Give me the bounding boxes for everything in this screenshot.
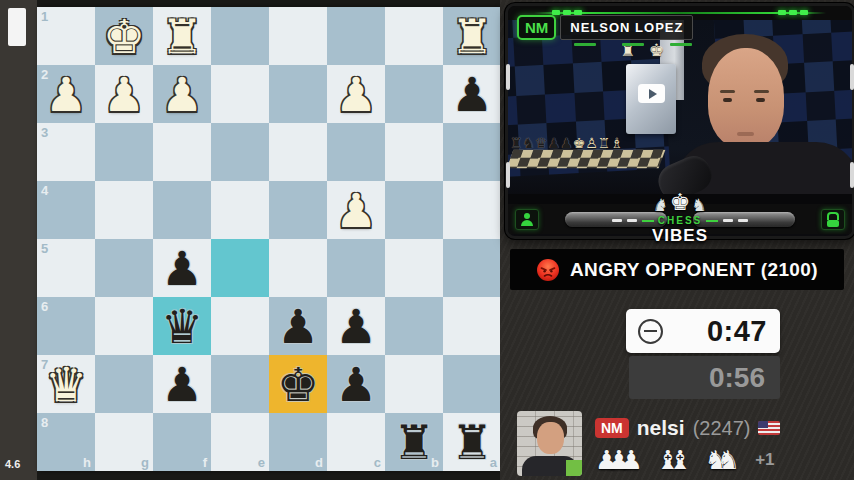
square-d7[interactable]: ♚ xyxy=(269,355,327,413)
square-g6[interactable] xyxy=(95,297,153,355)
square-a2[interactable]: ♟ xyxy=(443,65,501,123)
file-label-d: d xyxy=(315,455,323,470)
lock-icon xyxy=(821,209,845,230)
square-e7[interactable] xyxy=(211,355,269,413)
square-a5[interactable] xyxy=(443,239,501,297)
angry-face-icon xyxy=(536,258,560,282)
square-h6[interactable]: 6 xyxy=(37,297,95,355)
eval-score: 4.6 xyxy=(5,458,20,470)
us-flag-icon xyxy=(758,421,780,435)
square-h4[interactable]: 4 xyxy=(37,181,95,239)
square-d2[interactable] xyxy=(269,65,327,123)
square-b8[interactable]: b♜ xyxy=(385,413,443,471)
opponent-clock: 0:47 xyxy=(626,309,780,353)
square-e3[interactable] xyxy=(211,123,269,181)
set-dark-pieces: ♜♞♛♟♟ xyxy=(510,135,573,151)
square-e8[interactable]: e xyxy=(211,413,269,471)
square-e2[interactable] xyxy=(211,65,269,123)
online-flair-badge xyxy=(566,460,582,476)
webcam-frame: ♜ ♚ ♜♞♛♟♟♚♙♖♗ xyxy=(505,3,854,239)
square-b7[interactable] xyxy=(385,355,443,413)
piece-black-pawn-c6[interactable]: ♟ xyxy=(327,297,385,355)
square-c2[interactable]: ♟ xyxy=(327,65,385,123)
square-g5[interactable] xyxy=(95,239,153,297)
scrollbar-thumb[interactable] xyxy=(8,8,26,46)
square-f8[interactable]: f xyxy=(153,413,211,471)
streamer-name: NELSON LOPEZ xyxy=(560,15,693,40)
player-avatar[interactable] xyxy=(517,411,582,476)
captured-knights-icon: ♞♞ xyxy=(705,445,741,475)
square-f5[interactable]: ♟ xyxy=(153,239,211,297)
square-c6[interactable]: ♟ xyxy=(327,297,385,355)
square-d6[interactable]: ♟ xyxy=(269,297,327,355)
frame-accent-dash xyxy=(506,162,510,188)
square-f1[interactable]: ♜ xyxy=(153,7,211,65)
square-c3[interactable] xyxy=(327,123,385,181)
square-g1[interactable]: ♚ xyxy=(95,7,153,65)
captured-pawns-icon: ♟♟♟ xyxy=(595,445,643,475)
player-info: NM nelsi (2247) ♟♟♟♝♝♞♞+1 xyxy=(595,414,780,475)
square-h7[interactable]: 7♛ xyxy=(37,355,95,413)
square-f2[interactable]: ♟ xyxy=(153,65,211,123)
rank-label-6: 6 xyxy=(41,299,48,314)
file-label-h: h xyxy=(83,455,91,470)
square-e1[interactable] xyxy=(211,7,269,65)
square-g2[interactable]: ♟ xyxy=(95,65,153,123)
rank-label-8: 8 xyxy=(41,415,48,430)
rank-label-3: 3 xyxy=(41,125,48,140)
square-b6[interactable] xyxy=(385,297,443,355)
webcam-video: ♜ ♚ ♜♞♛♟♟♚♙♖♗ xyxy=(508,20,852,204)
led-dashes-right xyxy=(778,10,808,15)
square-h8[interactable]: 8h xyxy=(37,413,95,471)
square-g7[interactable] xyxy=(95,355,153,413)
square-a8[interactable]: a♜ xyxy=(443,413,501,471)
square-b2[interactable] xyxy=(385,65,443,123)
rank-label-1: 1 xyxy=(41,9,48,24)
square-h5[interactable]: 5 xyxy=(37,239,95,297)
logo-text-chess: CHESS xyxy=(632,215,728,226)
logo-knight-right-icon: ♞ xyxy=(691,197,706,214)
square-c7[interactable]: ♟ xyxy=(327,355,385,413)
square-b5[interactable] xyxy=(385,239,443,297)
chess-vibes-logo: ♞ ♚ ♞ CHESS VIBES xyxy=(632,191,728,246)
piece-white-rook-a1[interactable]: ♜ xyxy=(443,7,501,65)
opponent-banner: ANGRY OPPONENT (2100) xyxy=(510,249,844,290)
captured-bishops-icon: ♝♝ xyxy=(656,445,692,475)
square-b1[interactable] xyxy=(385,7,443,65)
rank-label-5: 5 xyxy=(41,241,48,256)
file-label-g: g xyxy=(141,455,149,470)
piece-black-pawn-f7[interactable]: ♟ xyxy=(153,355,211,413)
square-g8[interactable]: g xyxy=(95,413,153,471)
player-clock: 0:56 xyxy=(629,356,780,399)
frame-accent-dash xyxy=(506,64,510,90)
player-username[interactable]: nelsi xyxy=(637,416,685,440)
piece-black-king-d7[interactable]: ♚ xyxy=(269,355,327,413)
clock-minus-icon xyxy=(638,319,663,344)
piece-white-pawn-f2[interactable]: ♟ xyxy=(153,65,211,123)
square-f3[interactable] xyxy=(153,123,211,181)
square-g3[interactable] xyxy=(95,123,153,181)
streamer-title-badge: NM xyxy=(517,15,556,40)
piece-black-pawn-a2[interactable]: ♟ xyxy=(443,65,501,123)
square-c1[interactable] xyxy=(327,7,385,65)
left-sidebar-rail: 4.6 xyxy=(0,0,37,480)
opponent-label: ANGRY OPPONENT (2100) xyxy=(570,259,818,281)
piece-black-rook-b8[interactable]: ♜ xyxy=(385,413,443,471)
square-a1[interactable]: ♜ xyxy=(443,7,501,65)
square-b3[interactable] xyxy=(385,123,443,181)
square-d5[interactable] xyxy=(269,239,327,297)
square-e5[interactable] xyxy=(211,239,269,297)
set-light-pieces: ♚♙♖♗ xyxy=(573,135,623,151)
square-h2[interactable]: 2♟ xyxy=(37,65,95,123)
streamer-eye-right xyxy=(756,98,765,102)
display-chess-set: ♜♞♛♟♟♚♙♖♗ xyxy=(510,136,662,170)
stream-panel: ♜ ♚ ♜♞♛♟♟♚♙♖♗ xyxy=(500,0,854,480)
piece-white-pawn-g2[interactable]: ♟ xyxy=(95,65,153,123)
captured-pieces-row: ♟♟♟♝♝♞♞+1 xyxy=(595,445,780,475)
square-e4[interactable] xyxy=(211,181,269,239)
piece-white-king-g1[interactable]: ♚ xyxy=(95,7,153,65)
piece-black-rook-a8[interactable]: ♜ xyxy=(443,413,501,471)
square-b4[interactable] xyxy=(385,181,443,239)
streamer-mouth xyxy=(737,132,754,136)
file-label-e: e xyxy=(258,455,265,470)
file-label-c: c xyxy=(374,455,381,470)
file-label-f: f xyxy=(203,455,207,470)
square-d1[interactable] xyxy=(269,7,327,65)
piece-black-pawn-f5[interactable]: ♟ xyxy=(153,239,211,297)
streamer-eyebrow-left xyxy=(720,90,735,93)
piece-white-rook-f1[interactable]: ♜ xyxy=(153,7,211,65)
square-a3[interactable] xyxy=(443,123,501,181)
square-a4[interactable] xyxy=(443,181,501,239)
player-time: 0:56 xyxy=(629,362,780,394)
piece-white-pawn-h2[interactable]: ♟ xyxy=(37,65,95,123)
streamer-eyebrow-right xyxy=(754,90,769,93)
play-button-icon xyxy=(638,84,665,103)
square-d8[interactable]: d xyxy=(269,413,327,471)
square-h3[interactable]: 3 xyxy=(37,123,95,181)
square-g4[interactable] xyxy=(95,181,153,239)
name-underline-dashes xyxy=(574,43,692,46)
streamer-name-overlay: NM NELSON LOPEZ xyxy=(517,15,693,40)
square-c8[interactable]: c xyxy=(327,413,385,471)
square-c5[interactable] xyxy=(327,239,385,297)
square-f4[interactable] xyxy=(153,181,211,239)
square-c4[interactable]: ♟ xyxy=(327,181,385,239)
square-e6[interactable] xyxy=(211,297,269,355)
square-f6[interactable]: ♛ xyxy=(153,297,211,355)
material-advantage: +1 xyxy=(755,450,774,470)
logo-king-icon: ♚ xyxy=(670,191,691,214)
square-d4[interactable] xyxy=(269,181,327,239)
frame-accent-dash xyxy=(850,162,854,188)
piece-white-pawn-c4[interactable]: ♟ xyxy=(327,181,385,239)
frame-accent-dash xyxy=(850,64,854,90)
stream-screenshot: 4.6 1♚♜♜2♟♟♟♟♟34♟5♟6♛♟♟7♛♟♚♟8hgfedcb♜a♜ xyxy=(0,0,854,480)
chess-board[interactable]: 1♚♜♜2♟♟♟♟♟34♟5♟6♛♟♟7♛♟♚♟8hgfedcb♜a♜ xyxy=(37,7,501,471)
display-chess-board xyxy=(508,150,665,169)
square-a7[interactable] xyxy=(443,355,501,413)
logo-knight-left-icon: ♞ xyxy=(653,197,668,214)
player-title-badge: NM xyxy=(595,418,629,438)
rank-label-4: 4 xyxy=(41,183,48,198)
logo-text-vibes: VIBES xyxy=(632,226,728,246)
logo-emblem: ♞ ♚ ♞ xyxy=(632,191,728,214)
piece-white-queen-h7[interactable]: ♛ xyxy=(37,355,95,413)
square-f7[interactable]: ♟ xyxy=(153,355,211,413)
avatar-face xyxy=(537,422,564,454)
viewer-icon xyxy=(515,209,539,230)
streamer-eye-left xyxy=(723,98,732,102)
piece-black-pawn-c7[interactable]: ♟ xyxy=(327,355,385,413)
opponent-time: 0:47 xyxy=(663,315,780,348)
square-h1[interactable]: 1 xyxy=(37,7,95,65)
piece-black-queen-f6[interactable]: ♛ xyxy=(153,297,211,355)
player-rating: (2247) xyxy=(693,417,751,440)
piece-white-pawn-c2[interactable]: ♟ xyxy=(327,65,385,123)
square-d3[interactable] xyxy=(269,123,327,181)
square-a6[interactable] xyxy=(443,297,501,355)
piece-black-pawn-d6[interactable]: ♟ xyxy=(269,297,327,355)
